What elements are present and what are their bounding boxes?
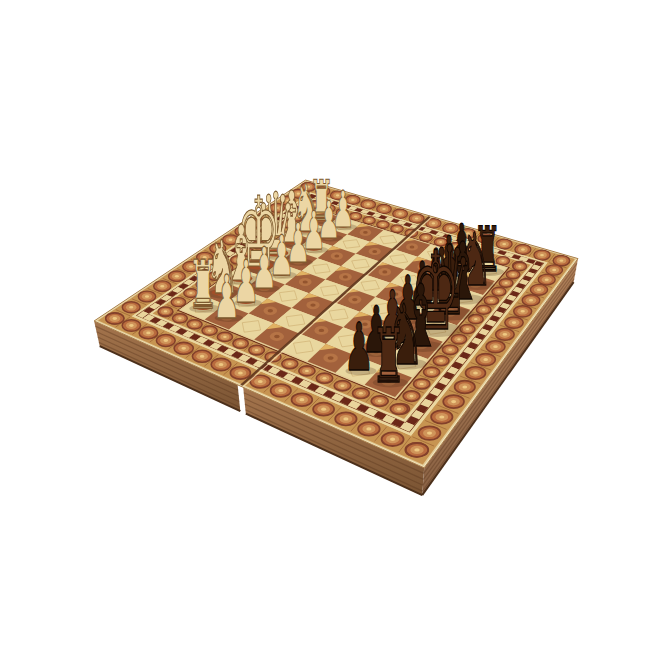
product-photo-stage: ♜♟♞♟♝♟♛♟♟♚♜♟♟♝♞♟♟♞♝♟♟♜♛♟♟♚♟♝♟♞♟♜	[0, 0, 650, 650]
piece-black-rook: ♜	[371, 313, 405, 400]
piece-black-pawn: ♟	[344, 309, 374, 386]
chess-set-photo: ♜♟♞♟♝♟♛♟♟♚♜♟♟♝♞♟♟♞♝♟♟♜♛♟♟♚♟♝♟♞♟♜	[0, 0, 650, 650]
piece-white-pawn: ♟	[213, 261, 240, 332]
